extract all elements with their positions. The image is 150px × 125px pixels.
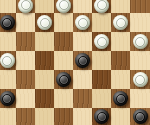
light-square [54,89,73,108]
light-square [92,13,111,32]
dark-square[interactable] [92,32,111,51]
black-checker-piece[interactable] [0,15,15,30]
white-checker-piece[interactable] [133,34,148,49]
dark-square[interactable] [0,89,16,108]
dark-square[interactable] [35,51,54,70]
white-checker-piece[interactable] [113,15,128,30]
dark-square[interactable] [73,89,92,108]
light-square [130,51,150,70]
light-square [111,108,130,125]
light-square [35,108,54,125]
checkers-app-window [0,0,150,125]
light-square [35,70,54,89]
dark-square[interactable] [111,51,130,70]
black-checker-piece[interactable] [94,109,109,124]
white-checker-piece[interactable] [0,53,15,68]
light-square [16,51,35,70]
light-square [130,89,150,108]
dark-square[interactable] [130,70,150,89]
dark-square[interactable] [35,89,54,108]
light-square [111,32,130,51]
dark-square[interactable] [130,32,150,51]
dark-square[interactable] [54,32,73,51]
light-square [16,89,35,108]
light-square [73,108,92,125]
dark-square[interactable] [92,0,111,13]
light-square [111,70,130,89]
light-square [35,0,54,13]
dark-square[interactable] [92,70,111,89]
dark-square[interactable] [54,70,73,89]
white-checker-piece[interactable] [56,0,71,13]
light-square [35,32,54,51]
dark-square[interactable] [35,13,54,32]
light-square [0,0,16,13]
dark-square[interactable] [16,32,35,51]
dark-square[interactable] [16,70,35,89]
light-square [54,13,73,32]
dark-square[interactable] [0,51,16,70]
dark-square[interactable] [73,13,92,32]
dark-square[interactable] [16,108,35,125]
light-square [73,70,92,89]
light-square [111,0,130,13]
black-checker-piece[interactable] [75,53,90,68]
white-checker-piece[interactable] [18,0,33,13]
light-square [0,108,16,125]
light-square [54,51,73,70]
dark-square[interactable] [92,108,111,125]
light-square [73,0,92,13]
dark-square[interactable] [54,0,73,13]
light-square [16,13,35,32]
dark-square[interactable] [130,108,150,125]
dark-square[interactable] [111,13,130,32]
dark-square[interactable] [130,0,150,13]
light-square [0,70,16,89]
dark-square[interactable] [54,108,73,125]
light-square [130,13,150,32]
dark-square[interactable] [16,0,35,13]
dark-square[interactable] [73,51,92,70]
black-checker-piece[interactable] [133,109,148,124]
light-square [92,51,111,70]
checkers-board [0,0,150,125]
white-checker-piece[interactable] [94,0,109,13]
dark-square[interactable] [111,89,130,108]
dark-square[interactable] [0,13,16,32]
black-checker-piece[interactable] [0,91,15,106]
light-square [92,89,111,108]
black-checker-piece[interactable] [113,91,128,106]
light-square [73,32,92,51]
light-square [0,32,16,51]
white-checker-piece[interactable] [75,15,90,30]
white-checker-piece[interactable] [37,15,52,30]
white-checker-piece[interactable] [133,72,148,87]
white-checker-piece[interactable] [94,34,109,49]
black-checker-piece[interactable] [56,72,71,87]
